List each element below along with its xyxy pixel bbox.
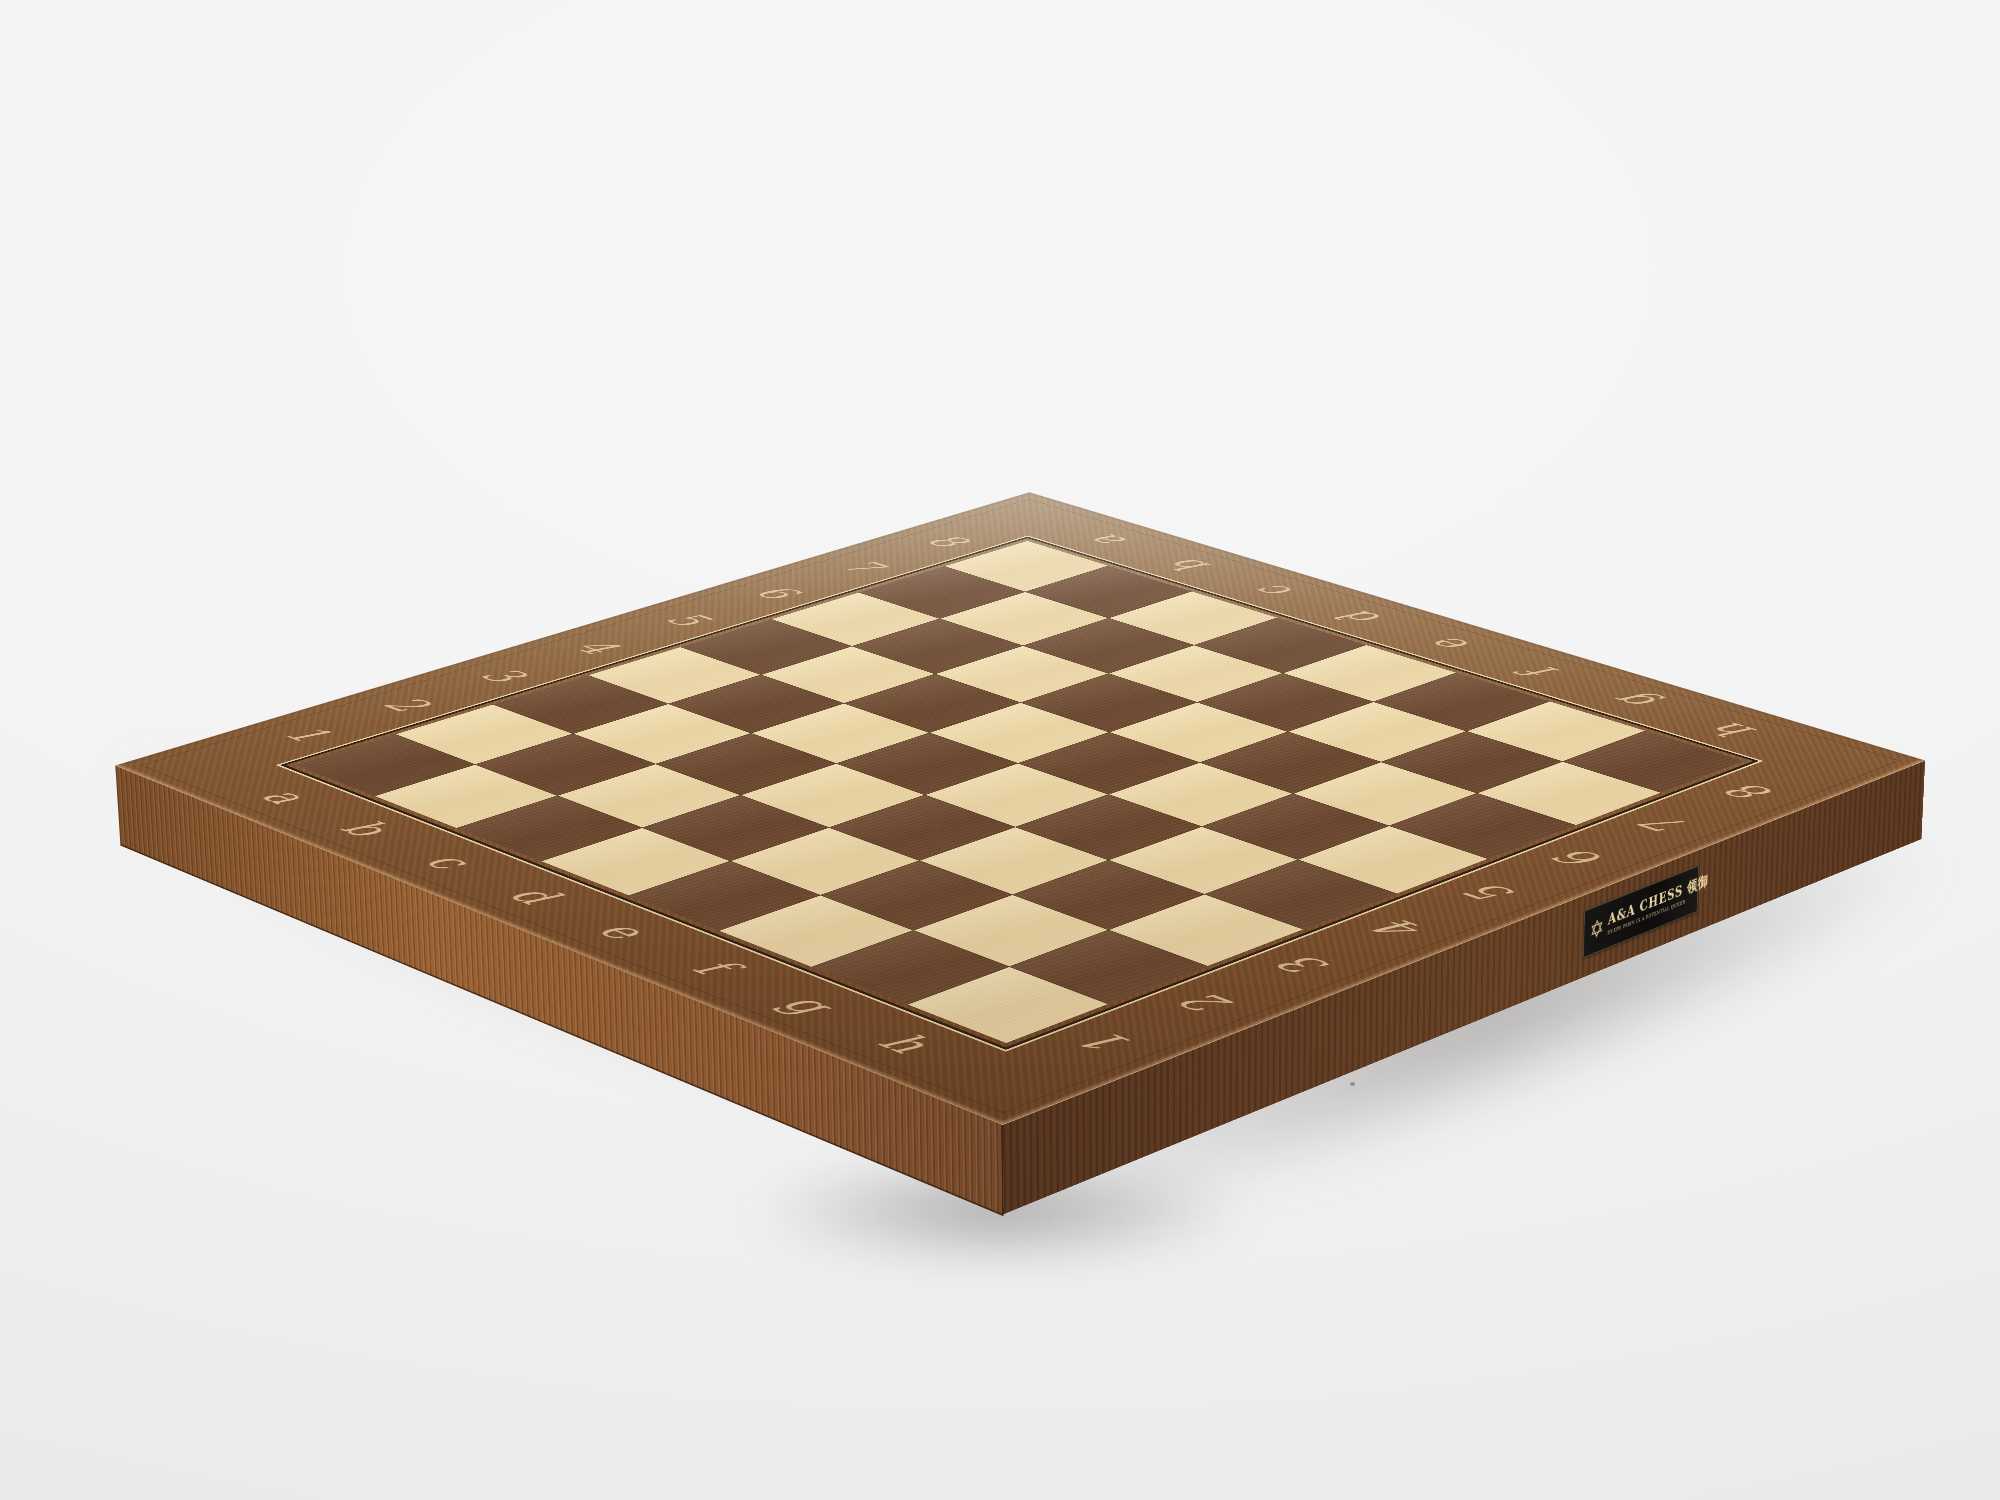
coord-rank-6-right: 6 [1550,847,1614,870]
square-h7 [1478,762,1661,825]
square-f3 [920,827,1108,894]
coord-rank-4-left: 4 [566,638,626,657]
square-h3 [1109,894,1303,965]
square-h2 [1010,930,1207,1004]
coord-rank-7-left: 7 [833,558,890,576]
coord-rank-5-right: 5 [1460,881,1526,905]
coord-file-f-far: f [1519,664,1568,681]
dust-speck [1350,1082,1355,1086]
square-g3 [1013,860,1204,929]
coord-file-e-near: e [588,919,655,943]
square-g4 [1109,827,1297,894]
square-f4 [1016,794,1201,859]
square-g5 [1203,794,1388,859]
coord-file-a-near: a [252,786,316,807]
square-e3 [830,795,1015,860]
square-c2 [558,764,740,827]
square-g2 [914,895,1108,966]
coord-rank-7-right: 7 [1637,814,1700,837]
coord-rank-2-right: 2 [1175,990,1244,1016]
coord-file-g-far: g [1607,691,1667,711]
coord-rank-2-left: 2 [375,695,437,715]
square-h6 [1390,793,1576,858]
square-e1 [629,861,819,930]
coord-file-f-near: f [683,956,742,977]
coord-rank-5-left: 5 [657,610,716,629]
square-f1 [719,895,913,966]
coord-file-d-near: d [499,884,567,908]
coord-file-c-far: c [1248,583,1302,600]
square-c1 [457,796,642,861]
square-f5 [1109,763,1292,826]
chessboard: aabbccddeeffgghh1122334455667788 ✡ A&A C… [115,492,1925,1124]
square-e2 [731,828,919,895]
coord-rank-1-right: 1 [1073,1029,1144,1056]
brand-logo-icon: ✡ [1590,915,1605,944]
square-h4 [1206,860,1397,929]
square-d2 [643,795,828,860]
square-e4 [925,763,1107,826]
coord-file-e-far: e [1423,635,1480,654]
board-top-face: aabbccddeeffgghh1122334455667788 [115,492,1925,1124]
square-d1 [542,828,729,895]
coord-rank-4-right: 4 [1368,917,1435,942]
coord-rank-8-right: 8 [1722,781,1784,803]
coord-file-b-near: b [331,817,397,840]
square-d3 [742,764,924,827]
coord-file-g-near: g [771,991,841,1018]
square-b1 [375,765,557,828]
coord-rank-8-left: 8 [918,533,974,550]
coord-file-a-far: a [1081,532,1136,549]
coord-rank-3-right: 3 [1273,953,1341,979]
photo-background: aabbccddeeffgghh1122334455667788 ✡ A&A C… [0,0,2000,1500]
coord-rank-6-left: 6 [746,584,804,602]
square-h1 [908,967,1108,1043]
square-f2 [821,861,1012,930]
coord-file-b-far: b [1162,557,1219,575]
square-g6 [1293,762,1476,825]
coord-rank-1-left: 1 [275,724,338,745]
coord-file-d-far: d [1333,608,1391,627]
coord-file-h-far: h [1704,720,1765,741]
square-g1 [812,931,1009,1005]
coord-file-c-near: c [415,850,479,872]
coord-file-h-near: h [868,1030,939,1057]
square-h5 [1299,826,1487,893]
coord-rank-3-left: 3 [472,666,533,686]
